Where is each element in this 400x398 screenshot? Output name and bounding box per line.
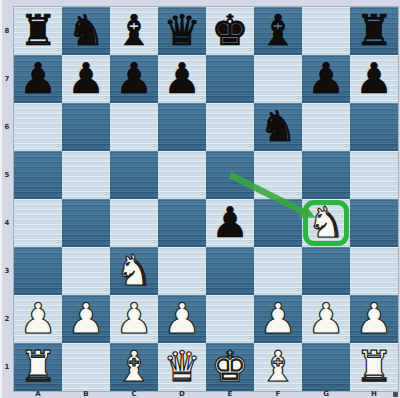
- chess-board-window: ♜♞♝♛♚♝♜♟♟♟♟♟♟♞♟♞♞♟♟♟♟♟♟♟♜♝♛♚♝♜ 87654321A…: [0, 0, 400, 398]
- white-pawn-a2[interactable]: ♟: [14, 295, 62, 343]
- square-f2[interactable]: ♟: [254, 295, 302, 343]
- square-e2[interactable]: [206, 295, 254, 343]
- white-knight-c3[interactable]: ♞: [110, 247, 158, 295]
- square-d1[interactable]: ♛: [158, 343, 206, 391]
- black-bishop-f8[interactable]: ♝: [254, 7, 302, 55]
- black-queen-d8[interactable]: ♛: [158, 7, 206, 55]
- file-label-c: C: [110, 390, 158, 398]
- square-h5[interactable]: [350, 151, 398, 199]
- square-d2[interactable]: ♟: [158, 295, 206, 343]
- file-label-b: B: [62, 390, 110, 398]
- rank-label-4: 4: [1, 199, 13, 247]
- square-b2[interactable]: ♟: [62, 295, 110, 343]
- square-a1[interactable]: ♜: [14, 343, 62, 391]
- square-b1[interactable]: [62, 343, 110, 391]
- rank-label-8: 8: [1, 7, 13, 55]
- square-g3[interactable]: [302, 247, 350, 295]
- file-label-d: D: [158, 390, 206, 398]
- square-c4[interactable]: [110, 199, 158, 247]
- square-f4[interactable]: [254, 199, 302, 247]
- square-h4[interactable]: [350, 199, 398, 247]
- black-rook-a8[interactable]: ♜: [14, 7, 62, 55]
- resize-grip-dot[interactable]: [393, 392, 398, 397]
- square-g7[interactable]: ♟: [302, 55, 350, 103]
- white-knight-g4[interactable]: ♞: [302, 199, 350, 247]
- black-pawn-e4[interactable]: ♟: [206, 199, 254, 247]
- square-a3[interactable]: [14, 247, 62, 295]
- black-pawn-b7[interactable]: ♟: [62, 55, 110, 103]
- square-d7[interactable]: ♟: [158, 55, 206, 103]
- black-knight-b8[interactable]: ♞: [62, 7, 110, 55]
- file-label-e: E: [206, 390, 254, 398]
- white-bishop-c1[interactable]: ♝: [110, 343, 158, 391]
- square-c6[interactable]: [110, 103, 158, 151]
- square-c1[interactable]: ♝: [110, 343, 158, 391]
- black-pawn-g7[interactable]: ♟: [302, 55, 350, 103]
- square-b5[interactable]: [62, 151, 110, 199]
- square-g8[interactable]: [302, 7, 350, 55]
- white-pawn-d2[interactable]: ♟: [158, 295, 206, 343]
- file-label-f: F: [254, 390, 302, 398]
- square-e4[interactable]: ♟: [206, 199, 254, 247]
- black-bishop-c8[interactable]: ♝: [110, 7, 158, 55]
- square-d4[interactable]: [158, 199, 206, 247]
- square-f3[interactable]: [254, 247, 302, 295]
- square-h8[interactable]: ♜: [350, 7, 398, 55]
- square-e6[interactable]: [206, 103, 254, 151]
- white-pawn-c2[interactable]: ♟: [110, 295, 158, 343]
- black-king-e8[interactable]: ♚: [206, 7, 254, 55]
- white-king-e1[interactable]: ♚: [206, 343, 254, 391]
- square-f1[interactable]: ♝: [254, 343, 302, 391]
- black-pawn-a7[interactable]: ♟: [14, 55, 62, 103]
- square-c8[interactable]: ♝: [110, 7, 158, 55]
- square-a8[interactable]: ♜: [14, 7, 62, 55]
- white-pawn-h2[interactable]: ♟: [350, 295, 398, 343]
- chess-board: ♜♞♝♛♚♝♜♟♟♟♟♟♟♞♟♞♞♟♟♟♟♟♟♟♜♝♛♚♝♜: [14, 7, 398, 391]
- file-label-g: G: [302, 390, 350, 398]
- square-d3[interactable]: [158, 247, 206, 295]
- square-g2[interactable]: ♟: [302, 295, 350, 343]
- square-h6[interactable]: [350, 103, 398, 151]
- white-rook-a1[interactable]: ♜: [14, 343, 62, 391]
- square-d5[interactable]: [158, 151, 206, 199]
- square-b3[interactable]: [62, 247, 110, 295]
- file-label-h: H: [350, 390, 398, 398]
- square-b6[interactable]: [62, 103, 110, 151]
- white-pawn-g2[interactable]: ♟: [302, 295, 350, 343]
- square-f7[interactable]: [254, 55, 302, 103]
- square-g6[interactable]: [302, 103, 350, 151]
- white-queen-d1[interactable]: ♛: [158, 343, 206, 391]
- square-d8[interactable]: ♛: [158, 7, 206, 55]
- rank-label-2: 2: [1, 295, 13, 343]
- square-f6[interactable]: ♞: [254, 103, 302, 151]
- square-e7[interactable]: [206, 55, 254, 103]
- square-d6[interactable]: [158, 103, 206, 151]
- black-pawn-d7[interactable]: ♟: [158, 55, 206, 103]
- white-pawn-f2[interactable]: ♟: [254, 295, 302, 343]
- square-e3[interactable]: [206, 247, 254, 295]
- square-c3[interactable]: ♞: [110, 247, 158, 295]
- white-rook-h1[interactable]: ♜: [350, 343, 398, 391]
- square-f8[interactable]: ♝: [254, 7, 302, 55]
- square-h7[interactable]: ♟: [350, 55, 398, 103]
- black-rook-h8[interactable]: ♜: [350, 7, 398, 55]
- square-b8[interactable]: ♞: [62, 7, 110, 55]
- square-e5[interactable]: [206, 151, 254, 199]
- black-pawn-c7[interactable]: ♟: [110, 55, 158, 103]
- rank-label-3: 3: [1, 247, 13, 295]
- square-g5[interactable]: [302, 151, 350, 199]
- rank-label-1: 1: [1, 343, 13, 391]
- square-a5[interactable]: [14, 151, 62, 199]
- square-g1[interactable]: [302, 343, 350, 391]
- square-f5[interactable]: [254, 151, 302, 199]
- rank-label-7: 7: [1, 55, 13, 103]
- black-pawn-h7[interactable]: ♟: [350, 55, 398, 103]
- white-pawn-b2[interactable]: ♟: [62, 295, 110, 343]
- square-a6[interactable]: [14, 103, 62, 151]
- white-bishop-f1[interactable]: ♝: [254, 343, 302, 391]
- square-h1[interactable]: ♜: [350, 343, 398, 391]
- square-a7[interactable]: ♟: [14, 55, 62, 103]
- square-e1[interactable]: ♚: [206, 343, 254, 391]
- square-b4[interactable]: [62, 199, 110, 247]
- square-b7[interactable]: ♟: [62, 55, 110, 103]
- black-knight-f6[interactable]: ♞: [254, 103, 302, 151]
- square-a4[interactable]: [14, 199, 62, 247]
- square-c7[interactable]: ♟: [110, 55, 158, 103]
- rank-label-5: 5: [1, 151, 13, 199]
- square-c5[interactable]: [110, 151, 158, 199]
- square-c2[interactable]: ♟: [110, 295, 158, 343]
- square-g4[interactable]: ♞: [302, 199, 350, 247]
- square-e8[interactable]: ♚: [206, 7, 254, 55]
- file-label-a: A: [14, 390, 62, 398]
- square-h2[interactable]: ♟: [350, 295, 398, 343]
- square-h3[interactable]: [350, 247, 398, 295]
- rank-label-6: 6: [1, 103, 13, 151]
- square-a2[interactable]: ♟: [14, 295, 62, 343]
